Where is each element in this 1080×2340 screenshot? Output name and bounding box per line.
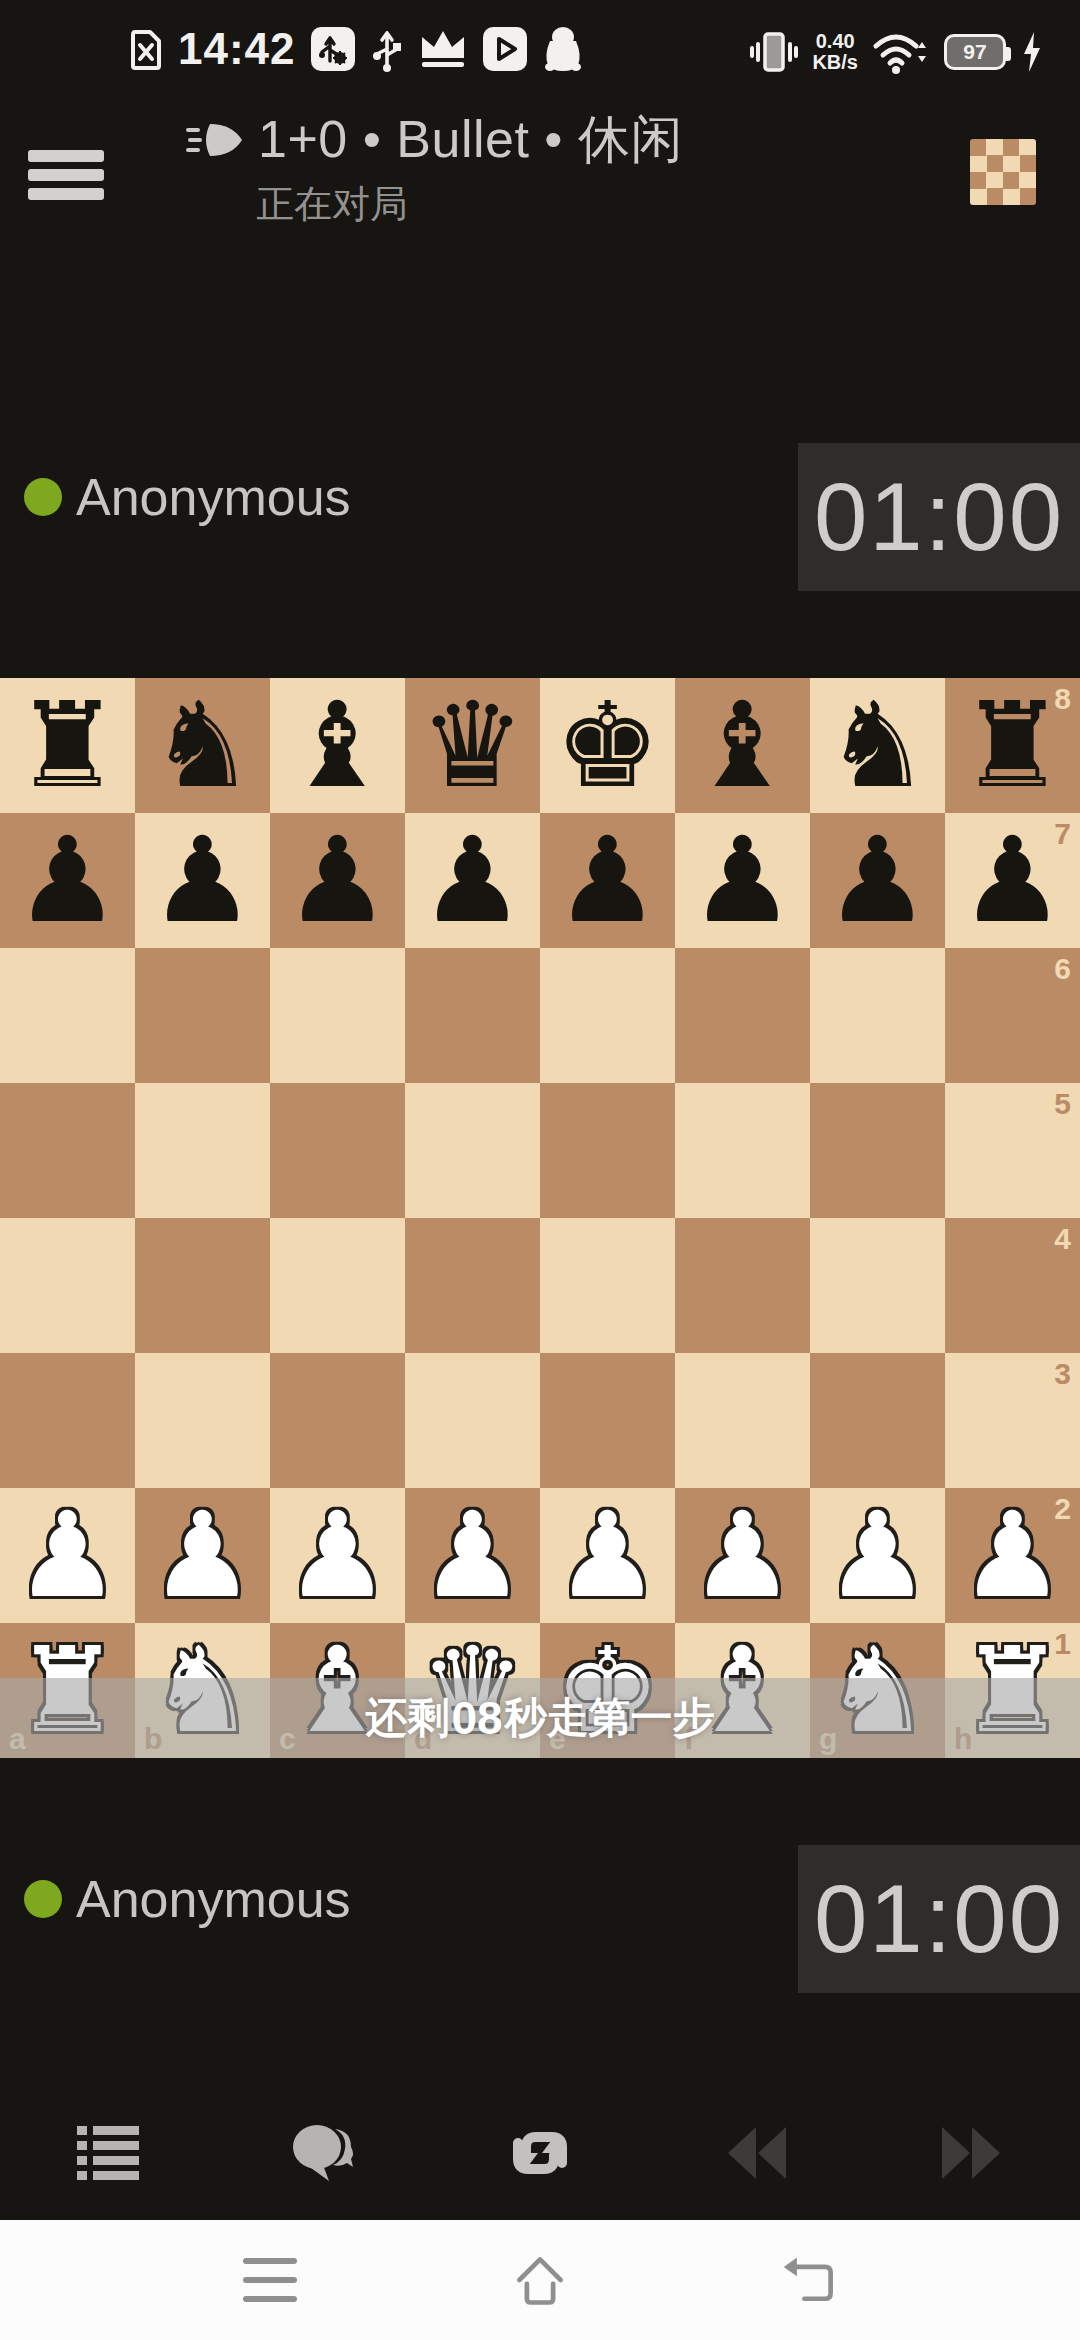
square-d6[interactable] [405, 948, 540, 1083]
spacer [0, 1993, 1080, 2085]
square-e7[interactable]: ♟ [540, 813, 675, 948]
black-pawn: ♟ [555, 813, 661, 948]
game-title: 1+0 • Bullet • 休闲 [258, 105, 683, 175]
hamburger-bar [28, 169, 104, 181]
square-h7[interactable]: ♟7 [945, 813, 1080, 948]
square-d8[interactable]: ♛ [405, 678, 540, 813]
square-h8[interactable]: ♜8 [945, 678, 1080, 813]
square-c7[interactable]: ♟ [270, 813, 405, 948]
rank-label-5: 5 [1054, 1087, 1071, 1121]
white-pawn: ♟ [285, 1488, 391, 1623]
clock-time-status: 14:42 [178, 24, 296, 74]
flip-board-icon [504, 2117, 576, 2189]
black-king: ♚ [555, 678, 661, 813]
white-pawn: ♟ [825, 1488, 931, 1623]
square-c4[interactable] [270, 1218, 405, 1353]
rank-label-8: 8 [1054, 682, 1071, 716]
white-pawn: ♟ [690, 1488, 796, 1623]
network-speed-value: 0.40 [816, 31, 855, 52]
rank-label-6: 6 [1054, 952, 1071, 986]
square-b2[interactable]: ♟ [135, 1488, 270, 1623]
battery-nub [1006, 47, 1011, 61]
rewind-backward-icon [722, 2123, 790, 2183]
square-e8[interactable]: ♚ [540, 678, 675, 813]
nav-home-button[interactable] [510, 2250, 570, 2310]
black-bishop: ♝ [285, 678, 391, 813]
recents-bar [243, 2296, 297, 2302]
square-f8[interactable]: ♝ [675, 678, 810, 813]
bullet-icon [186, 118, 244, 162]
spacer [0, 235, 1080, 443]
square-a4[interactable] [0, 1218, 135, 1353]
square-f5[interactable] [675, 1083, 810, 1218]
mini-chessboard-icon[interactable] [970, 139, 1036, 205]
game-toolbar [0, 2085, 1080, 2220]
black-rook: ♜ [15, 678, 121, 813]
square-g8[interactable]: ♞ [810, 678, 945, 813]
status-bar-right: 0.40 KB/s 97 [750, 30, 1044, 74]
black-bishop: ♝ [690, 678, 796, 813]
game-title-block: 1+0 • Bullet • 休闲 正在对局 [186, 105, 970, 230]
square-b3[interactable] [135, 1353, 270, 1488]
hamburger-icon[interactable] [28, 150, 104, 200]
square-g4[interactable] [810, 1218, 945, 1353]
square-e4[interactable] [540, 1218, 675, 1353]
fast-forward-icon [938, 2123, 1006, 2183]
banner-suffix: 秒走第一步 [505, 1690, 715, 1746]
app-bar: 1+0 • Bullet • 休闲 正在对局 [0, 80, 1080, 235]
square-f7[interactable]: ♟ [675, 813, 810, 948]
black-pawn: ♟ [960, 813, 1066, 948]
nav-recents-icon [243, 2258, 297, 2302]
network-speed-unit: KB/s [812, 52, 858, 73]
square-e2[interactable]: ♟ [540, 1488, 675, 1623]
player-bottom-name: Anonymous [76, 1869, 351, 1929]
square-a5[interactable] [0, 1083, 135, 1218]
status-bar: 14:42 [0, 0, 1080, 80]
square-d7[interactable]: ♟ [405, 813, 540, 948]
player-bottom-clock: 01:00 [798, 1845, 1080, 1993]
banner-prefix: 还剩 [365, 1690, 449, 1746]
rank-label-4: 4 [1054, 1222, 1071, 1256]
android-nav-bar [0, 2220, 1080, 2340]
chess-board[interactable]: ♜♞♝♛♚♝♞♜8♟♟♟♟♟♟♟♟76543♟♟♟♟♟♟♟♟2♜a♞b♝c♛d♚… [0, 678, 1080, 1758]
recents-bar [243, 2258, 297, 2264]
square-h2[interactable]: ♟2 [945, 1488, 1080, 1623]
nav-back-button[interactable] [780, 2250, 840, 2310]
square-g5[interactable] [810, 1083, 945, 1218]
rank-label-7: 7 [1054, 817, 1071, 851]
white-pawn: ♟ [960, 1488, 1066, 1623]
first-move-timer-banner: 还剩08秒走第一步 [0, 1678, 1080, 1758]
chat-icon [289, 2121, 359, 2185]
square-e6[interactable] [540, 948, 675, 1083]
square-e3[interactable] [540, 1353, 675, 1488]
white-pawn: ♟ [555, 1488, 661, 1623]
square-g3[interactable] [810, 1353, 945, 1488]
move-list-icon [77, 2126, 139, 2180]
player-top-clock-time: 01:00 [814, 462, 1064, 572]
player-bottom-clock-time: 01:00 [814, 1864, 1064, 1974]
screen: 14:42 [0, 0, 1080, 2340]
player-row-top: Anonymous 01:00 [0, 443, 1080, 591]
square-f2[interactable]: ♟ [675, 1488, 810, 1623]
square-d3[interactable] [405, 1353, 540, 1488]
network-speed: 0.40 KB/s [812, 31, 858, 73]
chat-button[interactable] [216, 2085, 432, 2220]
square-h5[interactable]: 5 [945, 1083, 1080, 1218]
square-b7[interactable]: ♟ [135, 813, 270, 948]
nav-recents-button[interactable] [240, 2250, 300, 2310]
vibration-icon [750, 30, 798, 74]
online-dot-icon [24, 1880, 62, 1918]
black-knight: ♞ [825, 678, 931, 813]
nav-home-icon [510, 2250, 570, 2310]
battery-percent: 97 [963, 40, 986, 64]
square-c2[interactable]: ♟ [270, 1488, 405, 1623]
black-pawn: ♟ [825, 813, 931, 948]
square-a3[interactable] [0, 1353, 135, 1488]
square-c6[interactable] [270, 948, 405, 1083]
game-title-row: 1+0 • Bullet • 休闲 [186, 105, 970, 175]
square-a6[interactable] [0, 948, 135, 1083]
move-list-button[interactable] [0, 2085, 216, 2220]
square-h4[interactable]: 4 [945, 1218, 1080, 1353]
hamburger-bar [28, 188, 104, 200]
rank-label-3: 3 [1054, 1357, 1071, 1391]
white-pawn: ♟ [420, 1488, 526, 1623]
white-pawn: ♟ [15, 1488, 121, 1623]
fast-forward-button[interactable] [864, 2085, 1080, 2220]
player-top-identity: Anonymous [0, 443, 798, 527]
black-knight: ♞ [150, 678, 256, 813]
square-f3[interactable] [675, 1353, 810, 1488]
square-b6[interactable] [135, 948, 270, 1083]
nav-back-icon [780, 2252, 840, 2308]
square-a7[interactable]: ♟ [0, 813, 135, 948]
square-b8[interactable]: ♞ [135, 678, 270, 813]
recents-bar [243, 2277, 297, 2283]
banner-seconds: 08 [449, 1691, 504, 1745]
player-bottom-identity: Anonymous [0, 1845, 798, 1929]
hamburger-bar [28, 150, 104, 162]
square-d2[interactable]: ♟ [405, 1488, 540, 1623]
square-g7[interactable]: ♟ [810, 813, 945, 948]
play-app-icon [482, 26, 528, 72]
battery: 97 [944, 34, 1006, 70]
wifi-icon [872, 30, 930, 74]
flip-board-button[interactable] [432, 2085, 648, 2220]
charging-bolt-icon [1020, 30, 1044, 74]
square-e5[interactable] [540, 1083, 675, 1218]
crown-icon [418, 27, 468, 71]
square-h3[interactable]: 3 [945, 1353, 1080, 1488]
rewind-backward-button[interactable] [648, 2085, 864, 2220]
white-pawn: ♟ [150, 1488, 256, 1623]
square-b5[interactable] [135, 1083, 270, 1218]
no-sim-icon [128, 27, 164, 71]
square-a8[interactable]: ♜ [0, 678, 135, 813]
spacer [0, 1758, 1080, 1845]
spacer [0, 591, 1080, 678]
online-dot-icon [24, 478, 62, 516]
square-b4[interactable] [135, 1218, 270, 1353]
square-f4[interactable] [675, 1218, 810, 1353]
black-pawn: ♟ [690, 813, 796, 948]
player-top-clock: 01:00 [798, 443, 1080, 591]
square-h6[interactable]: 6 [945, 948, 1080, 1083]
black-pawn: ♟ [15, 813, 121, 948]
player-top-name: Anonymous [76, 467, 351, 527]
player-row-bottom: Anonymous 01:00 [0, 1845, 1080, 1993]
square-f6[interactable] [675, 948, 810, 1083]
square-g2[interactable]: ♟ [810, 1488, 945, 1623]
square-d5[interactable] [405, 1083, 540, 1218]
square-a2[interactable]: ♟ [0, 1488, 135, 1623]
square-g6[interactable] [810, 948, 945, 1083]
square-d4[interactable] [405, 1218, 540, 1353]
usb-icon [370, 25, 404, 73]
qq-penguin-icon [542, 25, 584, 73]
black-rook: ♜ [960, 678, 1066, 813]
black-pawn: ♟ [420, 813, 526, 948]
rank-label-1: 1 [1054, 1627, 1071, 1661]
square-c5[interactable] [270, 1083, 405, 1218]
square-c8[interactable]: ♝ [270, 678, 405, 813]
game-status-subtitle: 正在对局 [256, 179, 970, 230]
black-queen: ♛ [420, 678, 526, 813]
status-bar-left: 14:42 [128, 24, 584, 74]
usb-settings-icon [310, 26, 356, 72]
black-pawn: ♟ [285, 813, 391, 948]
rank-label-2: 2 [1054, 1492, 1071, 1526]
square-c3[interactable] [270, 1353, 405, 1488]
black-pawn: ♟ [150, 813, 256, 948]
